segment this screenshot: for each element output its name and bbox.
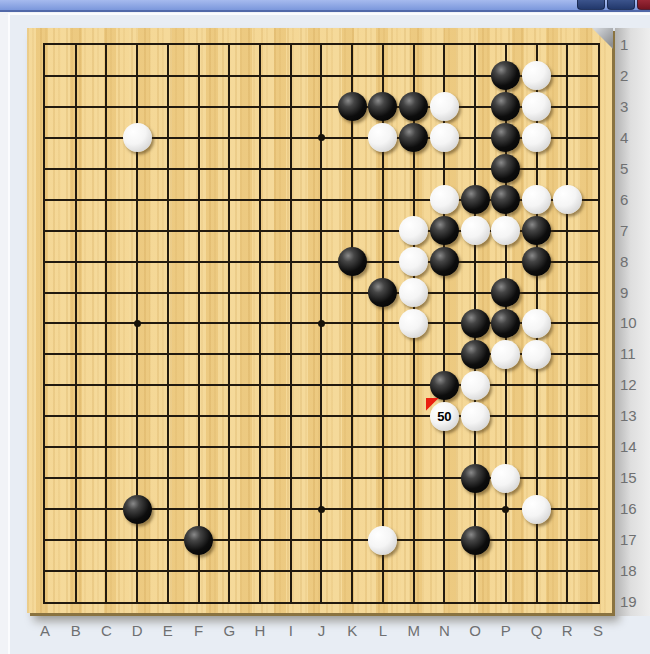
- stone-P11: [491, 340, 520, 369]
- column-label: B: [61, 622, 91, 639]
- column-label: J: [306, 622, 336, 639]
- row-label: 4: [620, 129, 650, 147]
- grid-line-horizontal: [45, 570, 598, 572]
- column-label: I: [276, 622, 306, 639]
- column-label: F: [184, 622, 214, 639]
- column-label: L: [368, 622, 398, 639]
- column-label: P: [491, 622, 521, 639]
- stone-Q16: [522, 495, 551, 524]
- row-label: 8: [620, 253, 650, 271]
- stone-Q10: [522, 309, 551, 338]
- column-label: G: [214, 622, 244, 639]
- stone-Q7: [522, 216, 551, 245]
- stone-P15: [491, 464, 520, 493]
- stone-M10: [399, 309, 428, 338]
- stone-D4: [123, 123, 152, 152]
- column-label: D: [122, 622, 152, 639]
- star-point: [318, 506, 325, 513]
- row-label: 5: [620, 160, 650, 178]
- row-label: 6: [620, 191, 650, 209]
- stone-N12: [430, 371, 459, 400]
- column-label: K: [337, 622, 367, 639]
- star-point: [318, 320, 325, 327]
- grid-line-horizontal: [45, 384, 598, 386]
- grid-line-horizontal: [45, 415, 598, 417]
- stone-M8: [399, 247, 428, 276]
- grid-line-vertical: [566, 45, 568, 602]
- row-label: 11: [620, 345, 650, 363]
- stone-O10: [461, 309, 490, 338]
- board-layer: ABCDEFGHIJKLMNOPQRS123456789101112131415…: [0, 0, 650, 654]
- stone-N7: [430, 216, 459, 245]
- stone-F17: [184, 526, 213, 555]
- column-label: H: [245, 622, 275, 639]
- row-label: 9: [620, 284, 650, 302]
- row-label: 7: [620, 222, 650, 240]
- stone-D16: [123, 495, 152, 524]
- column-label: M: [399, 622, 429, 639]
- stone-K8: [338, 247, 367, 276]
- stone-N6: [430, 185, 459, 214]
- row-label: 2: [620, 67, 650, 85]
- column-label: A: [30, 622, 60, 639]
- column-label: O: [460, 622, 490, 639]
- row-label: 16: [620, 500, 650, 518]
- column-label: S: [583, 622, 613, 639]
- row-label: 10: [620, 314, 650, 332]
- row-label: 3: [620, 98, 650, 116]
- stone-O11: [461, 340, 490, 369]
- stone-O6: [461, 185, 490, 214]
- stone-K3: [338, 92, 367, 121]
- stone-O13: [461, 402, 490, 431]
- stone-O17: [461, 526, 490, 555]
- stone-N4: [430, 123, 459, 152]
- column-label: C: [91, 622, 121, 639]
- row-label: 12: [620, 376, 650, 394]
- stone-N13: 50: [430, 402, 459, 431]
- grid-line-vertical: [351, 45, 353, 602]
- row-label: 1: [620, 36, 650, 54]
- row-label: 18: [620, 562, 650, 580]
- stone-Q6: [522, 185, 551, 214]
- stone-Q8: [522, 247, 551, 276]
- row-label: 13: [620, 407, 650, 425]
- star-point: [134, 320, 141, 327]
- stone-L17: [368, 526, 397, 555]
- row-label: 19: [620, 593, 650, 611]
- grid-line-horizontal: [45, 446, 598, 448]
- stone-R6: [553, 185, 582, 214]
- star-point: [502, 506, 509, 513]
- grid-line-horizontal: [45, 539, 598, 541]
- stone-M9: [399, 278, 428, 307]
- column-label: E: [153, 622, 183, 639]
- move-number-label: 50: [430, 402, 459, 431]
- stone-O12: [461, 371, 490, 400]
- row-label: 14: [620, 438, 650, 456]
- row-label: 15: [620, 469, 650, 487]
- go-game-window: ABCDEFGHIJKLMNOPQRS123456789101112131415…: [0, 0, 650, 654]
- column-label: Q: [522, 622, 552, 639]
- column-label: N: [429, 622, 459, 639]
- stone-Q11: [522, 340, 551, 369]
- stone-O7: [461, 216, 490, 245]
- column-label: R: [552, 622, 582, 639]
- stone-O15: [461, 464, 490, 493]
- stone-N8: [430, 247, 459, 276]
- row-label: 17: [620, 531, 650, 549]
